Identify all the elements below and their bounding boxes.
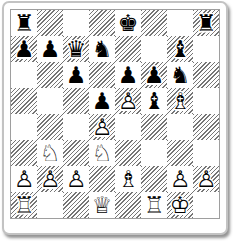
piece-white-rook: ♖ xyxy=(141,192,167,218)
piece-black-queen: ♛ xyxy=(63,36,89,62)
piece-halo: ♝ xyxy=(167,88,193,114)
square-e4 xyxy=(115,114,141,140)
square-b6 xyxy=(37,62,63,88)
piece-black-pawn: ♟ xyxy=(63,62,89,88)
piece-halo: ♚ xyxy=(115,10,141,36)
piece-halo: ♝ xyxy=(141,88,167,114)
square-c4 xyxy=(63,114,89,140)
piece-halo: ♚ xyxy=(167,192,193,218)
square-d8 xyxy=(89,10,115,36)
square-d4: ♟♙ xyxy=(89,114,115,140)
piece-halo: ♞ xyxy=(89,140,115,166)
piece-black-pawn: ♟ xyxy=(11,36,37,62)
piece-halo: ♟ xyxy=(167,166,193,192)
piece-halo: ♟ xyxy=(193,166,219,192)
square-h5 xyxy=(193,88,219,114)
piece-halo: ♟ xyxy=(63,62,89,88)
square-a6 xyxy=(11,62,37,88)
piece-white-pawn: ♙ xyxy=(11,166,37,192)
square-b3: ♞♘ xyxy=(37,140,63,166)
piece-halo: ♟ xyxy=(63,166,89,192)
square-a8: ♜♜ xyxy=(11,10,37,36)
piece-halo: ♟ xyxy=(89,88,115,114)
square-b1 xyxy=(37,192,63,218)
piece-halo: ♞ xyxy=(167,62,193,88)
square-e2: ♝♗ xyxy=(115,166,141,192)
piece-white-pawn: ♙ xyxy=(167,166,193,192)
chess-diagram-image: ♜♜♚♚♜♜♟♟♟♟♛♛♞♞♝♝♟♟♟♟♟♟♞♞♟♟♟♙♝♝♝♗♟♙♞♘♞♘♟♙… xyxy=(0,0,239,244)
square-c7: ♛♛ xyxy=(63,36,89,62)
piece-white-knight: ♘ xyxy=(89,140,115,166)
piece-halo: ♝ xyxy=(115,166,141,192)
square-f1: ♜♖ xyxy=(141,192,167,218)
square-a1: ♜♖ xyxy=(11,192,37,218)
square-c5 xyxy=(63,88,89,114)
square-e3 xyxy=(115,140,141,166)
piece-black-pawn: ♟ xyxy=(89,88,115,114)
square-d6 xyxy=(89,62,115,88)
piece-halo: ♞ xyxy=(37,140,63,166)
square-g7: ♝♝ xyxy=(167,36,193,62)
piece-white-pawn: ♙ xyxy=(37,166,63,192)
square-e5: ♟♙ xyxy=(115,88,141,114)
square-g6: ♞♞ xyxy=(167,62,193,88)
piece-white-bishop: ♗ xyxy=(115,166,141,192)
piece-white-bishop: ♗ xyxy=(167,88,193,114)
square-d3: ♞♘ xyxy=(89,140,115,166)
square-h7 xyxy=(193,36,219,62)
square-f8 xyxy=(141,10,167,36)
piece-halo: ♟ xyxy=(37,36,63,62)
square-f7 xyxy=(141,36,167,62)
square-d1: ♛♕ xyxy=(89,192,115,218)
piece-halo: ♟ xyxy=(115,88,141,114)
square-b5 xyxy=(37,88,63,114)
piece-black-pawn: ♟ xyxy=(141,62,167,88)
square-a4 xyxy=(11,114,37,140)
square-h1 xyxy=(193,192,219,218)
square-f4 xyxy=(141,114,167,140)
piece-white-pawn: ♙ xyxy=(193,166,219,192)
piece-black-king: ♚ xyxy=(115,10,141,36)
square-f2 xyxy=(141,166,167,192)
piece-halo: ♜ xyxy=(11,192,37,218)
square-c8 xyxy=(63,10,89,36)
piece-halo: ♟ xyxy=(89,114,115,140)
piece-halo: ♟ xyxy=(115,62,141,88)
square-f6: ♟♟ xyxy=(141,62,167,88)
piece-white-pawn: ♙ xyxy=(63,166,89,192)
piece-halo: ♟ xyxy=(37,166,63,192)
square-g3 xyxy=(167,140,193,166)
piece-halo: ♛ xyxy=(63,36,89,62)
piece-white-king: ♔ xyxy=(167,192,193,218)
square-h4 xyxy=(193,114,219,140)
piece-white-rook: ♖ xyxy=(11,192,37,218)
piece-halo: ♝ xyxy=(167,36,193,62)
square-d2 xyxy=(89,166,115,192)
piece-halo: ♜ xyxy=(11,10,37,36)
square-c3 xyxy=(63,140,89,166)
piece-black-bishop: ♝ xyxy=(141,88,167,114)
piece-white-pawn: ♙ xyxy=(89,114,115,140)
piece-halo: ♜ xyxy=(141,192,167,218)
piece-black-rook: ♜ xyxy=(193,10,219,36)
piece-black-knight: ♞ xyxy=(89,36,115,62)
square-g1: ♚♔ xyxy=(167,192,193,218)
piece-halo: ♟ xyxy=(11,36,37,62)
piece-white-queen: ♕ xyxy=(89,192,115,218)
piece-halo: ♞ xyxy=(89,36,115,62)
chess-board: ♜♜♚♚♜♜♟♟♟♟♛♛♞♞♝♝♟♟♟♟♟♟♞♞♟♟♟♙♝♝♝♗♟♙♞♘♞♘♟♙… xyxy=(10,9,220,219)
square-e7 xyxy=(115,36,141,62)
piece-halo: ♛ xyxy=(89,192,115,218)
square-a7: ♟♟ xyxy=(11,36,37,62)
square-b7: ♟♟ xyxy=(37,36,63,62)
piece-white-knight: ♘ xyxy=(37,140,63,166)
piece-black-bishop: ♝ xyxy=(167,36,193,62)
piece-black-pawn: ♟ xyxy=(115,62,141,88)
square-a2: ♟♙ xyxy=(11,166,37,192)
square-b2: ♟♙ xyxy=(37,166,63,192)
piece-black-pawn: ♟ xyxy=(37,36,63,62)
square-h8: ♜♜ xyxy=(193,10,219,36)
piece-black-rook: ♜ xyxy=(11,10,37,36)
square-f5: ♝♝ xyxy=(141,88,167,114)
piece-white-pawn: ♙ xyxy=(115,88,141,114)
piece-halo: ♜ xyxy=(193,10,219,36)
square-g4 xyxy=(167,114,193,140)
square-e1 xyxy=(115,192,141,218)
square-c6: ♟♟ xyxy=(63,62,89,88)
square-h2: ♟♙ xyxy=(193,166,219,192)
square-h3 xyxy=(193,140,219,166)
square-g2: ♟♙ xyxy=(167,166,193,192)
photo-frame: ♜♜♚♚♜♜♟♟♟♟♛♛♞♞♝♝♟♟♟♟♟♟♞♞♟♟♟♙♝♝♝♗♟♙♞♘♞♘♟♙… xyxy=(2,1,228,235)
square-f3 xyxy=(141,140,167,166)
square-b8 xyxy=(37,10,63,36)
square-e6: ♟♟ xyxy=(115,62,141,88)
piece-halo: ♟ xyxy=(141,62,167,88)
square-c2: ♟♙ xyxy=(63,166,89,192)
square-b4 xyxy=(37,114,63,140)
square-d5: ♟♟ xyxy=(89,88,115,114)
square-g8 xyxy=(167,10,193,36)
piece-black-knight: ♞ xyxy=(167,62,193,88)
square-h6 xyxy=(193,62,219,88)
square-c1 xyxy=(63,192,89,218)
square-g5: ♝♗ xyxy=(167,88,193,114)
square-a3 xyxy=(11,140,37,166)
square-e8: ♚♚ xyxy=(115,10,141,36)
square-d7: ♞♞ xyxy=(89,36,115,62)
square-a5 xyxy=(11,88,37,114)
piece-halo: ♟ xyxy=(11,166,37,192)
